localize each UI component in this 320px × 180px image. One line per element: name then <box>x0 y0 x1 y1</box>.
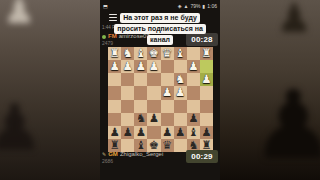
piece-wP[interactable]: ♟ <box>108 60 121 73</box>
square[interactable] <box>161 100 174 113</box>
piece-bP[interactable]: ♟ <box>200 126 213 139</box>
square[interactable] <box>200 100 213 113</box>
square[interactable]: ♛ <box>161 47 174 60</box>
square[interactable]: ♟ <box>147 113 160 126</box>
square[interactable]: ♟ <box>174 126 187 139</box>
square[interactable] <box>147 73 160 86</box>
square[interactable] <box>147 126 160 139</box>
square[interactable] <box>147 86 160 99</box>
piece-wP[interactable]: ♟ <box>161 86 174 99</box>
chess-board: ♜♞♝♚♛♝♜♟♟♟♟♟♞♟♟♟♞♟♟♟♟♟♟♟♝♟♜♝♚♛♞♜ <box>108 47 213 152</box>
piece-wP[interactable]: ♟ <box>187 60 200 73</box>
square[interactable] <box>121 73 134 86</box>
square[interactable] <box>121 100 134 113</box>
battery-percent: 79% <box>190 3 200 9</box>
player-title-badge: GM <box>108 151 118 158</box>
square[interactable] <box>121 86 134 99</box>
piece-bP[interactable]: ♟ <box>134 126 147 139</box>
square[interactable]: ♟ <box>108 60 121 73</box>
caption-line: канал <box>147 35 173 45</box>
cast-icon: ⬒ <box>103 3 108 9</box>
square[interactable]: ♟ <box>161 126 174 139</box>
status-bar: ⬒ ◈ ▲ 79% ▮ 1:06 <box>100 0 220 11</box>
notification-icon: ◈ <box>178 3 182 9</box>
player-bottom[interactable]: ✎ GM Zhigalko_Sergei 2686 <box>102 151 184 164</box>
piece-wR[interactable]: ♜ <box>200 47 213 60</box>
blurred-background-left: ♟ ♟ <box>0 0 100 180</box>
square[interactable] <box>187 86 200 99</box>
piece-bP[interactable]: ♟ <box>121 126 134 139</box>
square[interactable] <box>121 113 134 126</box>
square[interactable] <box>134 86 147 99</box>
clock-bottom: 00:29 <box>186 150 218 163</box>
piece-wP[interactable]: ♟ <box>147 60 160 73</box>
square[interactable]: ♝ <box>187 126 200 139</box>
signal-icon: ▲ <box>184 3 189 9</box>
piece-bP[interactable]: ♟ <box>147 113 160 126</box>
square[interactable]: ♟ <box>108 126 121 139</box>
piece-wP[interactable]: ♟ <box>121 60 134 73</box>
square[interactable] <box>108 73 121 86</box>
piece-bP[interactable]: ♟ <box>174 126 187 139</box>
square[interactable]: ♟ <box>174 86 187 99</box>
blurred-pawn-icon: ♟ <box>3 0 35 29</box>
piece-wB[interactable]: ♝ <box>174 47 187 60</box>
piece-bN[interactable]: ♞ <box>134 113 147 126</box>
square[interactable] <box>108 100 121 113</box>
piece-wP[interactable]: ♟ <box>134 60 147 73</box>
square[interactable] <box>108 86 121 99</box>
piece-wP[interactable]: ♟ <box>200 73 213 86</box>
square[interactable]: ♝ <box>174 47 187 60</box>
square[interactable]: ♟ <box>134 126 147 139</box>
square[interactable] <box>174 100 187 113</box>
caption-line: На этот раз я не буду <box>120 13 200 23</box>
square[interactable] <box>108 113 121 126</box>
square[interactable]: ♟ <box>200 126 213 139</box>
square[interactable] <box>161 60 174 73</box>
piece-wQ[interactable]: ♛ <box>161 47 174 60</box>
chess-app: ⬒ ◈ ▲ 79% ▮ 1:06 1:44 PM На этот раз я н… <box>100 0 220 180</box>
square[interactable]: ♞ <box>134 113 147 126</box>
piece-bP[interactable]: ♟ <box>161 126 174 139</box>
square[interactable]: ♟ <box>134 60 147 73</box>
square[interactable] <box>174 113 187 126</box>
blurred-pawn-icon: ♟ <box>251 78 320 173</box>
player-name: Zhigalko_Sergei <box>120 151 163 158</box>
blurred-pawn-icon: ♟ <box>276 0 312 38</box>
square[interactable]: ♟ <box>200 73 213 86</box>
square[interactable]: ♜ <box>200 47 213 60</box>
square[interactable] <box>200 113 213 126</box>
player-rating: 2686 <box>102 158 184 164</box>
piece-wP[interactable]: ♟ <box>174 86 187 99</box>
square[interactable]: ♟ <box>121 126 134 139</box>
video-frame: ♟ ♟ ♟ ♟ ⬒ ◈ ▲ 79% ▮ 1:06 1:44 PM На этот… <box>0 0 320 180</box>
piece-bB[interactable]: ♝ <box>187 126 200 139</box>
square[interactable] <box>134 73 147 86</box>
status-time: 1:06 <box>207 3 217 9</box>
piece-bP[interactable]: ♟ <box>187 113 200 126</box>
square[interactable] <box>161 113 174 126</box>
square[interactable]: ♟ <box>187 60 200 73</box>
square[interactable]: ♟ <box>161 86 174 99</box>
battery-icon: ▮ <box>203 3 206 9</box>
blurred-pawn-icon: ♟ <box>0 96 43 160</box>
blurred-background-right: ♟ ♟ <box>220 0 320 180</box>
piece-bP[interactable]: ♟ <box>108 126 121 139</box>
square[interactable]: ♟ <box>187 113 200 126</box>
pencil-icon: ✎ <box>102 151 106 158</box>
subtitle-overlay: На этот раз я не буду просить подписатьс… <box>100 13 220 45</box>
square[interactable]: ♟ <box>147 60 160 73</box>
caption-line: просить подписаться на <box>114 24 206 34</box>
square[interactable] <box>187 73 200 86</box>
square[interactable] <box>200 86 213 99</box>
square[interactable]: ♟ <box>121 60 134 73</box>
